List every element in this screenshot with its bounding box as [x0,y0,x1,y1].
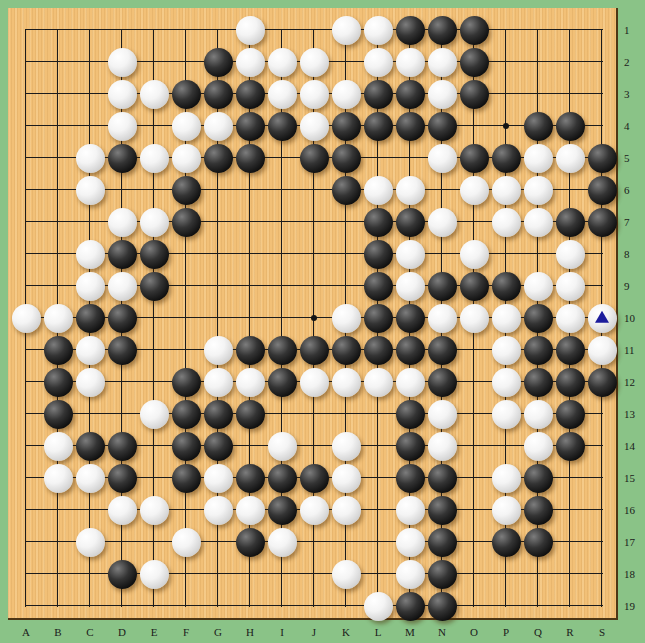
intersection-N4[interactable] [426,110,458,142]
intersection-A11[interactable] [10,334,42,366]
intersection-P8[interactable] [490,238,522,270]
intersection-O10[interactable] [458,302,490,334]
intersection-R13[interactable] [554,398,586,430]
intersection-J17[interactable] [298,526,330,558]
intersection-I4[interactable] [266,110,298,142]
intersection-D12[interactable] [106,366,138,398]
intersection-N3[interactable] [426,78,458,110]
intersection-C12[interactable] [74,366,106,398]
intersection-S8[interactable] [586,238,618,270]
intersection-A1[interactable] [10,14,42,46]
intersection-Q13[interactable] [522,398,554,430]
intersection-C16[interactable] [74,494,106,526]
intersection-C19[interactable] [74,590,106,622]
intersection-P13[interactable] [490,398,522,430]
intersection-R19[interactable] [554,590,586,622]
intersection-P5[interactable] [490,142,522,174]
intersection-I10[interactable] [266,302,298,334]
intersection-B1[interactable] [42,14,74,46]
intersection-M18[interactable] [394,558,426,590]
intersection-C7[interactable] [74,206,106,238]
intersection-L12[interactable] [362,366,394,398]
intersection-C15[interactable] [74,462,106,494]
intersection-B16[interactable] [42,494,74,526]
intersection-C13[interactable] [74,398,106,430]
intersection-S2[interactable] [586,46,618,78]
intersection-D2[interactable] [106,46,138,78]
intersection-N10[interactable] [426,302,458,334]
intersection-K18[interactable] [330,558,362,590]
intersection-N1[interactable] [426,14,458,46]
intersection-G5[interactable] [202,142,234,174]
intersection-S3[interactable] [586,78,618,110]
intersection-R17[interactable] [554,526,586,558]
intersection-L2[interactable] [362,46,394,78]
intersection-B14[interactable] [42,430,74,462]
intersection-G7[interactable] [202,206,234,238]
intersection-Q12[interactable] [522,366,554,398]
intersection-F10[interactable] [170,302,202,334]
intersection-P6[interactable] [490,174,522,206]
intersection-P7[interactable] [490,206,522,238]
intersection-K2[interactable] [330,46,362,78]
intersection-G1[interactable] [202,14,234,46]
intersection-K15[interactable] [330,462,362,494]
intersection-R5[interactable] [554,142,586,174]
intersection-C14[interactable] [74,430,106,462]
intersection-H4[interactable] [234,110,266,142]
intersection-H12[interactable] [234,366,266,398]
intersection-O14[interactable] [458,430,490,462]
intersection-E4[interactable] [138,110,170,142]
intersection-C1[interactable] [74,14,106,46]
intersection-H15[interactable] [234,462,266,494]
intersection-N12[interactable] [426,366,458,398]
intersection-D10[interactable] [106,302,138,334]
intersection-G4[interactable] [202,110,234,142]
intersection-L14[interactable] [362,430,394,462]
intersection-C10[interactable] [74,302,106,334]
intersection-J5[interactable] [298,142,330,174]
intersection-G19[interactable] [202,590,234,622]
intersection-R4[interactable] [554,110,586,142]
intersection-I12[interactable] [266,366,298,398]
intersection-N6[interactable] [426,174,458,206]
intersection-O7[interactable] [458,206,490,238]
intersection-A10[interactable] [10,302,42,334]
intersection-L16[interactable] [362,494,394,526]
intersection-C6[interactable] [74,174,106,206]
intersection-B19[interactable] [42,590,74,622]
intersection-P16[interactable] [490,494,522,526]
intersection-E18[interactable] [138,558,170,590]
intersection-S10[interactable] [586,302,618,334]
intersection-K8[interactable] [330,238,362,270]
intersection-I2[interactable] [266,46,298,78]
intersection-R12[interactable] [554,366,586,398]
intersection-B12[interactable] [42,366,74,398]
intersection-D3[interactable] [106,78,138,110]
intersection-P10[interactable] [490,302,522,334]
intersection-F8[interactable] [170,238,202,270]
intersection-O9[interactable] [458,270,490,302]
intersection-K5[interactable] [330,142,362,174]
intersection-S13[interactable] [586,398,618,430]
intersection-J9[interactable] [298,270,330,302]
intersection-D14[interactable] [106,430,138,462]
intersection-A12[interactable] [10,366,42,398]
intersection-D11[interactable] [106,334,138,366]
intersection-M16[interactable] [394,494,426,526]
intersection-K11[interactable] [330,334,362,366]
intersection-L19[interactable] [362,590,394,622]
intersection-B8[interactable] [42,238,74,270]
intersection-F12[interactable] [170,366,202,398]
intersection-M10[interactable] [394,302,426,334]
intersection-A5[interactable] [10,142,42,174]
intersection-S6[interactable] [586,174,618,206]
intersection-F4[interactable] [170,110,202,142]
intersection-A3[interactable] [10,78,42,110]
intersection-B4[interactable] [42,110,74,142]
intersection-G14[interactable] [202,430,234,462]
intersection-S18[interactable] [586,558,618,590]
intersection-P9[interactable] [490,270,522,302]
intersection-E8[interactable] [138,238,170,270]
intersection-D13[interactable] [106,398,138,430]
intersection-E5[interactable] [138,142,170,174]
intersection-L7[interactable] [362,206,394,238]
intersection-H3[interactable] [234,78,266,110]
intersection-J13[interactable] [298,398,330,430]
intersection-Q1[interactable] [522,14,554,46]
intersection-H13[interactable] [234,398,266,430]
intersection-F2[interactable] [170,46,202,78]
intersection-J18[interactable] [298,558,330,590]
intersection-O19[interactable] [458,590,490,622]
intersection-N19[interactable] [426,590,458,622]
intersection-R2[interactable] [554,46,586,78]
intersection-A4[interactable] [10,110,42,142]
intersection-F1[interactable] [170,14,202,46]
intersection-L15[interactable] [362,462,394,494]
intersection-S1[interactable] [586,14,618,46]
intersection-I13[interactable] [266,398,298,430]
intersection-E9[interactable] [138,270,170,302]
intersection-N18[interactable] [426,558,458,590]
intersection-F9[interactable] [170,270,202,302]
intersection-P4[interactable] [490,110,522,142]
intersection-B10[interactable] [42,302,74,334]
intersection-S5[interactable] [586,142,618,174]
intersection-A2[interactable] [10,46,42,78]
intersection-Q2[interactable] [522,46,554,78]
intersection-L13[interactable] [362,398,394,430]
intersection-G10[interactable] [202,302,234,334]
intersection-C5[interactable] [74,142,106,174]
intersection-N13[interactable] [426,398,458,430]
intersection-H8[interactable] [234,238,266,270]
intersection-O3[interactable] [458,78,490,110]
intersection-R9[interactable] [554,270,586,302]
intersection-P18[interactable] [490,558,522,590]
intersection-E17[interactable] [138,526,170,558]
intersection-N2[interactable] [426,46,458,78]
intersection-F6[interactable] [170,174,202,206]
intersection-I7[interactable] [266,206,298,238]
intersection-J19[interactable] [298,590,330,622]
intersection-H6[interactable] [234,174,266,206]
intersection-S17[interactable] [586,526,618,558]
intersection-K4[interactable] [330,110,362,142]
intersection-K16[interactable] [330,494,362,526]
intersection-B5[interactable] [42,142,74,174]
intersection-J11[interactable] [298,334,330,366]
intersection-R8[interactable] [554,238,586,270]
intersection-F14[interactable] [170,430,202,462]
intersection-K9[interactable] [330,270,362,302]
intersection-H9[interactable] [234,270,266,302]
intersection-G15[interactable] [202,462,234,494]
intersection-I19[interactable] [266,590,298,622]
intersection-B9[interactable] [42,270,74,302]
intersection-R10[interactable] [554,302,586,334]
intersection-R16[interactable] [554,494,586,526]
intersection-Q5[interactable] [522,142,554,174]
intersection-M15[interactable] [394,462,426,494]
intersection-D5[interactable] [106,142,138,174]
intersection-G17[interactable] [202,526,234,558]
intersection-J8[interactable] [298,238,330,270]
intersection-Q14[interactable] [522,430,554,462]
intersection-H1[interactable] [234,14,266,46]
intersection-L6[interactable] [362,174,394,206]
intersection-G12[interactable] [202,366,234,398]
intersection-D16[interactable] [106,494,138,526]
intersection-Q19[interactable] [522,590,554,622]
intersection-L3[interactable] [362,78,394,110]
intersection-I14[interactable] [266,430,298,462]
intersection-K7[interactable] [330,206,362,238]
intersection-H19[interactable] [234,590,266,622]
intersection-R3[interactable] [554,78,586,110]
intersection-P15[interactable] [490,462,522,494]
intersection-C4[interactable] [74,110,106,142]
intersection-O5[interactable] [458,142,490,174]
intersection-I9[interactable] [266,270,298,302]
intersection-E14[interactable] [138,430,170,462]
intersection-D19[interactable] [106,590,138,622]
intersection-I5[interactable] [266,142,298,174]
intersection-O4[interactable] [458,110,490,142]
intersection-B3[interactable] [42,78,74,110]
intersection-D17[interactable] [106,526,138,558]
intersection-K19[interactable] [330,590,362,622]
intersection-M7[interactable] [394,206,426,238]
intersection-B2[interactable] [42,46,74,78]
intersection-S4[interactable] [586,110,618,142]
intersection-M5[interactable] [394,142,426,174]
intersection-M6[interactable] [394,174,426,206]
intersection-B11[interactable] [42,334,74,366]
intersection-F3[interactable] [170,78,202,110]
intersection-I3[interactable] [266,78,298,110]
intersection-F19[interactable] [170,590,202,622]
intersection-E12[interactable] [138,366,170,398]
intersection-K3[interactable] [330,78,362,110]
intersection-Q18[interactable] [522,558,554,590]
intersection-B18[interactable] [42,558,74,590]
intersection-E2[interactable] [138,46,170,78]
intersection-N8[interactable] [426,238,458,270]
intersection-P17[interactable] [490,526,522,558]
intersection-M14[interactable] [394,430,426,462]
intersection-S15[interactable] [586,462,618,494]
intersection-I17[interactable] [266,526,298,558]
intersection-A18[interactable] [10,558,42,590]
intersection-Q15[interactable] [522,462,554,494]
intersection-I8[interactable] [266,238,298,270]
intersection-N11[interactable] [426,334,458,366]
intersection-D4[interactable] [106,110,138,142]
intersection-J4[interactable] [298,110,330,142]
intersection-E7[interactable] [138,206,170,238]
intersection-S7[interactable] [586,206,618,238]
intersection-K10[interactable] [330,302,362,334]
intersection-C18[interactable] [74,558,106,590]
intersection-Q4[interactable] [522,110,554,142]
intersection-H16[interactable] [234,494,266,526]
intersection-L9[interactable] [362,270,394,302]
intersection-B7[interactable] [42,206,74,238]
intersection-L17[interactable] [362,526,394,558]
intersection-A13[interactable] [10,398,42,430]
intersection-O17[interactable] [458,526,490,558]
intersection-E13[interactable] [138,398,170,430]
intersection-K13[interactable] [330,398,362,430]
intersection-A15[interactable] [10,462,42,494]
intersection-P2[interactable] [490,46,522,78]
intersection-Q11[interactable] [522,334,554,366]
intersection-E16[interactable] [138,494,170,526]
intersection-N15[interactable] [426,462,458,494]
intersection-K1[interactable] [330,14,362,46]
intersection-S16[interactable] [586,494,618,526]
intersection-J15[interactable] [298,462,330,494]
intersection-E19[interactable] [138,590,170,622]
intersection-K12[interactable] [330,366,362,398]
intersection-F5[interactable] [170,142,202,174]
intersection-E6[interactable] [138,174,170,206]
intersection-K17[interactable] [330,526,362,558]
intersection-O2[interactable] [458,46,490,78]
intersection-G2[interactable] [202,46,234,78]
intersection-L4[interactable] [362,110,394,142]
intersection-N16[interactable] [426,494,458,526]
intersection-H2[interactable] [234,46,266,78]
intersection-L10[interactable] [362,302,394,334]
intersection-A8[interactable] [10,238,42,270]
intersection-E11[interactable] [138,334,170,366]
intersection-B15[interactable] [42,462,74,494]
intersection-M13[interactable] [394,398,426,430]
intersection-N17[interactable] [426,526,458,558]
intersection-C3[interactable] [74,78,106,110]
intersection-C2[interactable] [74,46,106,78]
intersection-F15[interactable] [170,462,202,494]
intersection-R1[interactable] [554,14,586,46]
intersection-M17[interactable] [394,526,426,558]
intersection-P11[interactable] [490,334,522,366]
intersection-I16[interactable] [266,494,298,526]
intersection-N7[interactable] [426,206,458,238]
intersection-Q17[interactable] [522,526,554,558]
intersection-A17[interactable] [10,526,42,558]
intersection-J10[interactable] [298,302,330,334]
intersection-D8[interactable] [106,238,138,270]
intersection-D1[interactable] [106,14,138,46]
intersection-G9[interactable] [202,270,234,302]
intersection-L1[interactable] [362,14,394,46]
intersection-E10[interactable] [138,302,170,334]
intersection-R11[interactable] [554,334,586,366]
intersection-P19[interactable] [490,590,522,622]
intersection-R6[interactable] [554,174,586,206]
intersection-H11[interactable] [234,334,266,366]
intersection-I11[interactable] [266,334,298,366]
intersection-D15[interactable] [106,462,138,494]
intersection-S11[interactable] [586,334,618,366]
intersection-C17[interactable] [74,526,106,558]
intersection-O11[interactable] [458,334,490,366]
intersection-J6[interactable] [298,174,330,206]
intersection-R18[interactable] [554,558,586,590]
intersection-E15[interactable] [138,462,170,494]
intersection-M1[interactable] [394,14,426,46]
intersection-O15[interactable] [458,462,490,494]
intersection-C9[interactable] [74,270,106,302]
intersection-G16[interactable] [202,494,234,526]
intersection-D6[interactable] [106,174,138,206]
intersection-Q7[interactable] [522,206,554,238]
intersection-G11[interactable] [202,334,234,366]
intersection-H14[interactable] [234,430,266,462]
intersection-Q16[interactable] [522,494,554,526]
intersection-D7[interactable] [106,206,138,238]
intersection-A19[interactable] [10,590,42,622]
intersection-H10[interactable] [234,302,266,334]
intersection-N5[interactable] [426,142,458,174]
intersection-F16[interactable] [170,494,202,526]
intersection-P1[interactable] [490,14,522,46]
intersection-B17[interactable] [42,526,74,558]
intersection-I1[interactable] [266,14,298,46]
intersection-N14[interactable] [426,430,458,462]
intersection-H5[interactable] [234,142,266,174]
intersection-G6[interactable] [202,174,234,206]
intersection-B6[interactable] [42,174,74,206]
intersection-P3[interactable] [490,78,522,110]
intersection-C11[interactable] [74,334,106,366]
intersection-M12[interactable] [394,366,426,398]
intersection-F18[interactable] [170,558,202,590]
intersection-P14[interactable] [490,430,522,462]
intersection-J2[interactable] [298,46,330,78]
intersection-G18[interactable] [202,558,234,590]
intersection-E3[interactable] [138,78,170,110]
intersection-N9[interactable] [426,270,458,302]
intersection-L8[interactable] [362,238,394,270]
